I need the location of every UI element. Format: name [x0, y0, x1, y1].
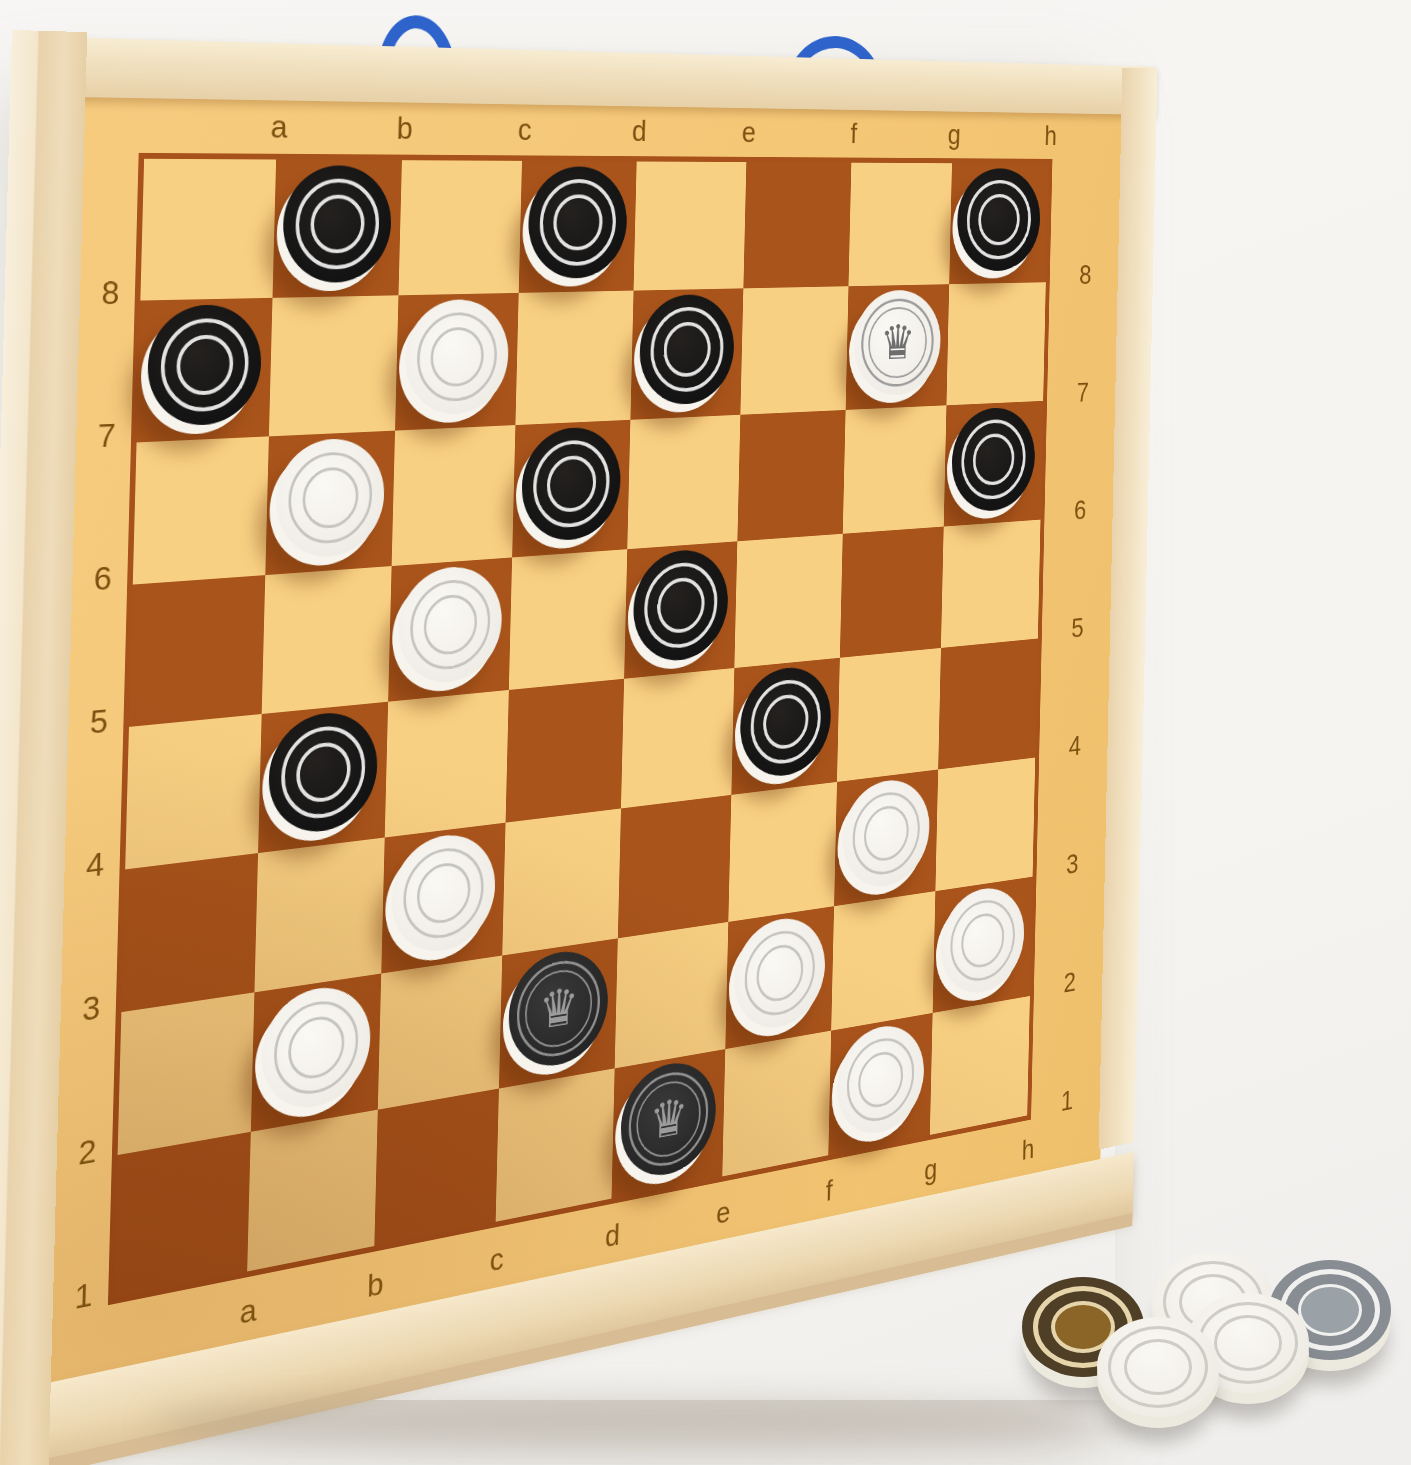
piece-white-man-c5[interactable] [397, 564, 503, 687]
square-c5[interactable] [388, 557, 512, 701]
piece-face: ♛ [507, 945, 609, 1073]
square-h2[interactable] [933, 877, 1033, 1013]
square-a2[interactable] [118, 992, 255, 1155]
square-a8[interactable] [140, 159, 276, 301]
piece-black-king-e1[interactable]: ♛ [620, 1056, 717, 1184]
rank-label-left-6: 6 [73, 505, 132, 652]
piece-face [282, 165, 393, 283]
square-d6[interactable] [512, 420, 630, 558]
square-g4[interactable] [837, 648, 941, 782]
piece-black-man-e5[interactable] [632, 547, 729, 664]
file-label-top-h: h [1003, 112, 1098, 157]
file-label-top-f: f [801, 109, 905, 156]
square-d1[interactable] [496, 1068, 615, 1221]
square-b2[interactable] [251, 974, 381, 1132]
square-h1[interactable] [930, 996, 1030, 1135]
piece-white-man-b6[interactable] [275, 437, 386, 560]
piece-face [940, 883, 1025, 999]
square-a3[interactable] [121, 853, 258, 1012]
piece-face [638, 294, 735, 406]
rank-label-right-2: 2 [1045, 919, 1094, 1045]
piece-face [836, 1019, 925, 1141]
square-f6[interactable] [737, 410, 845, 541]
piece-black-man-a7[interactable] [146, 304, 262, 428]
piece-black-man-h6[interactable] [951, 406, 1036, 513]
file-label-top-e: e [694, 107, 802, 155]
square-e7[interactable] [630, 288, 743, 419]
square-g8[interactable] [848, 163, 951, 287]
square-g2[interactable] [831, 891, 935, 1030]
square-g1[interactable] [828, 1013, 932, 1155]
square-a7[interactable] [137, 298, 273, 443]
square-b8[interactable] [273, 160, 402, 298]
square-b5[interactable] [262, 566, 392, 714]
file-label-top-g: g [904, 111, 1003, 157]
piece-face [521, 426, 622, 544]
piece-white-king-g7[interactable]: ♛ [853, 289, 942, 396]
file-label-top-c: c [465, 104, 583, 154]
rank-label-right-7: 7 [1058, 333, 1107, 453]
square-a1[interactable] [114, 1132, 251, 1298]
scene: ♛♛♛ aabbccddeeffgghh8877665544332211 [0, 0, 1411, 1465]
table-shadow [150, 1398, 1130, 1450]
piece-white-man-f2[interactable] [733, 913, 826, 1035]
piece-face [397, 564, 503, 687]
square-f5[interactable] [734, 534, 842, 668]
square-c7[interactable] [395, 293, 519, 431]
square-b6[interactable] [265, 431, 395, 575]
square-d3[interactable] [502, 808, 621, 955]
square-f2[interactable] [725, 906, 834, 1049]
square-e2[interactable] [615, 922, 729, 1068]
rank-label-right-6: 6 [1056, 450, 1105, 571]
square-d4[interactable] [506, 679, 625, 823]
square-h6[interactable] [944, 401, 1043, 527]
piece-face [404, 299, 510, 417]
square-e5[interactable] [624, 541, 737, 678]
checker-grid: ♛♛♛ [108, 153, 1053, 1305]
square-b1[interactable] [247, 1110, 378, 1272]
square-c6[interactable] [392, 425, 516, 566]
piece-black-man-d6[interactable] [521, 426, 622, 544]
square-f4[interactable] [731, 658, 840, 795]
piece-face [146, 304, 262, 428]
square-c3[interactable] [381, 823, 505, 974]
piece-face [527, 166, 628, 279]
king-crown-icon: ♛ [853, 289, 942, 396]
rank-label-right-5: 5 [1053, 567, 1102, 689]
rank-label-left-4: 4 [66, 790, 125, 940]
square-d2[interactable]: ♛ [499, 938, 618, 1088]
square-f3[interactable] [728, 782, 837, 922]
square-d5[interactable] [509, 549, 627, 690]
piece-face [632, 547, 729, 664]
rank-label-left-2: 2 [58, 1076, 117, 1229]
king-crown-icon: ♛ [620, 1056, 717, 1184]
king-crown-icon: ♛ [507, 945, 609, 1073]
square-h4[interactable] [938, 639, 1038, 770]
piece-face [390, 829, 496, 958]
piece-black-man-f4[interactable] [739, 664, 832, 781]
square-e8[interactable] [634, 161, 747, 290]
piece-black-man-b4[interactable] [267, 708, 378, 837]
piece-black-king-d2[interactable]: ♛ [507, 945, 609, 1073]
square-g3[interactable] [834, 769, 938, 906]
file-label-top-b: b [342, 101, 466, 153]
square-c8[interactable] [398, 160, 521, 295]
piece-white-man-b2[interactable] [260, 981, 372, 1116]
square-a6[interactable] [133, 436, 269, 584]
square-e1[interactable]: ♛ [611, 1049, 725, 1198]
piece-face: ♛ [620, 1056, 717, 1184]
piece-face [260, 981, 372, 1116]
square-h8[interactable] [949, 163, 1048, 284]
square-f7[interactable] [740, 286, 848, 415]
rank-label-left-1: 1 [54, 1219, 113, 1374]
file-label-top-d: d [582, 105, 695, 154]
square-a4[interactable] [125, 714, 261, 869]
piece-black-man-h8[interactable] [956, 168, 1041, 271]
piece-white-man-c7[interactable] [404, 299, 510, 417]
square-c2[interactable] [378, 956, 502, 1110]
square-a5[interactable] [129, 575, 265, 727]
piece-face [739, 664, 832, 781]
piece-white-man-g1[interactable] [836, 1019, 925, 1141]
piece-white-man-g3[interactable] [842, 775, 931, 892]
rank-label-right-3: 3 [1048, 802, 1097, 927]
file-label-top-a: a [213, 99, 343, 152]
piece-white-man-c3[interactable] [390, 829, 496, 958]
square-d7[interactable] [515, 291, 633, 426]
rank-label-right-4: 4 [1050, 684, 1099, 808]
square-h3[interactable] [935, 758, 1035, 892]
rank-label-right-8: 8 [1061, 216, 1110, 334]
piece-face [733, 913, 826, 1035]
square-e4[interactable] [621, 668, 734, 808]
square-h5[interactable] [941, 520, 1041, 648]
square-g6[interactable] [843, 405, 947, 533]
square-f1[interactable] [722, 1031, 831, 1177]
square-b3[interactable] [254, 838, 384, 993]
piece-face [951, 406, 1036, 513]
square-e6[interactable] [627, 415, 740, 549]
piece-black-man-e7[interactable] [638, 294, 735, 406]
piece-black-man-b8[interactable] [282, 165, 393, 283]
square-e3[interactable] [618, 795, 732, 938]
piece-face: ♛ [853, 289, 942, 396]
loose-piece-ring-inner [1214, 1315, 1282, 1371]
rank-label-left-5: 5 [69, 648, 128, 796]
piece-black-man-d8[interactable] [527, 166, 628, 279]
rank-label-left-7: 7 [77, 363, 136, 508]
piece-face [275, 437, 386, 560]
square-f8[interactable] [743, 162, 851, 288]
piece-face [267, 708, 378, 837]
square-h7[interactable] [946, 282, 1045, 405]
loose-piece-ring-inner [1124, 1339, 1192, 1395]
checkers-board: ♛♛♛ aabbccddeeffgghh8877665544332211 [0, 28, 1164, 1465]
rank-label-left-3: 3 [62, 933, 121, 1085]
square-g7[interactable]: ♛ [846, 284, 950, 410]
piece-face [842, 775, 931, 892]
rank-label-right-1: 1 [1042, 1037, 1091, 1165]
square-d8[interactable] [519, 161, 637, 293]
square-b7[interactable] [269, 295, 399, 436]
piece-face [956, 168, 1041, 271]
square-c4[interactable] [385, 690, 509, 838]
rank-label-left-8: 8 [81, 221, 140, 365]
square-b4[interactable] [258, 702, 388, 853]
loose-piece-face [1097, 1317, 1219, 1417]
square-g5[interactable] [840, 527, 944, 658]
loose-piece-white-5[interactable] [1097, 1317, 1219, 1417]
piece-white-man-h2[interactable] [940, 883, 1025, 999]
square-c1[interactable] [374, 1089, 499, 1246]
